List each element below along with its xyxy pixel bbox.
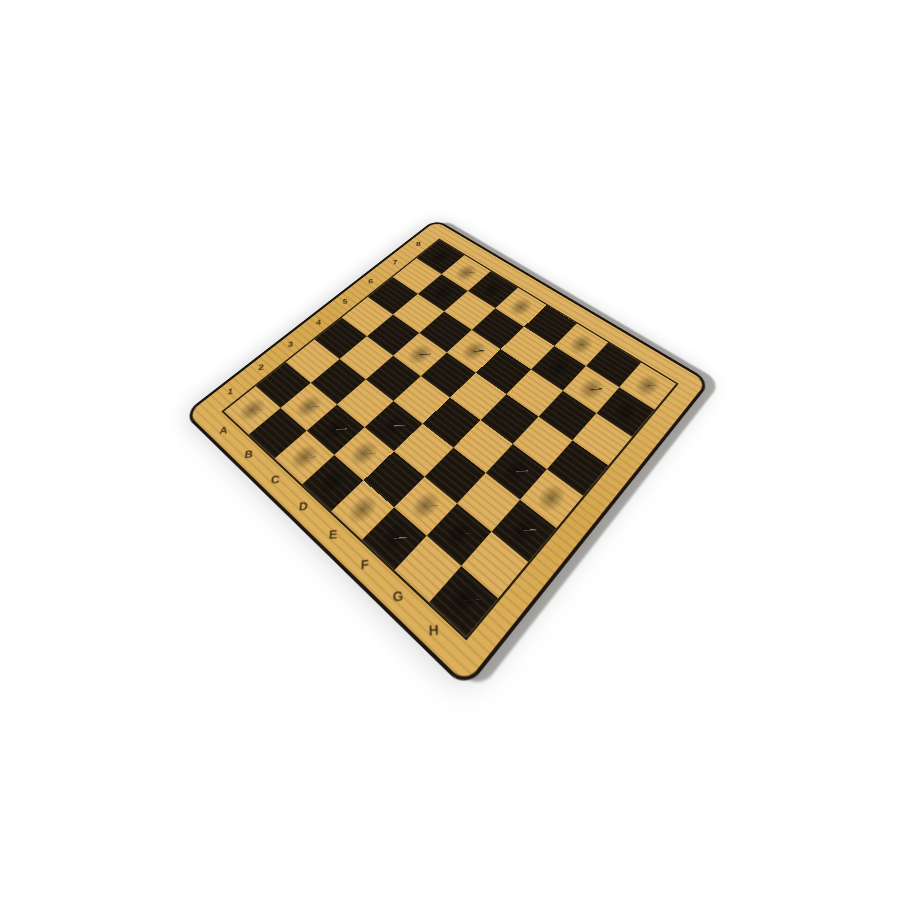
chess-board: ♜♜♟♟♞♟♟♟♝♛♟♟♟♛♚♟♟♞♝♞♟♟♜♟♚♟♜ 12345678ABCD… [183, 219, 711, 690]
file-label-A: A [214, 424, 232, 437]
rank-label-2: 2 [253, 362, 270, 374]
rank-label-1: 1 [221, 386, 239, 398]
square-h1[interactable]: ♜ [429, 566, 498, 637]
file-label-C: C [266, 473, 285, 488]
file-label-F: F [355, 557, 374, 574]
rank-label-3: 3 [282, 340, 298, 351]
product-photo-canvas: ♜♜♟♟♞♟♟♟♝♛♟♟♟♛♚♟♟♞♝♞♟♟♜♟♚♟♜ 12345678ABCD… [0, 0, 900, 900]
file-label-B: B [239, 448, 258, 462]
rank-label-4: 4 [311, 318, 326, 329]
rank-label-7: 7 [388, 258, 402, 267]
black-pawn[interactable]: ♟ [429, 320, 517, 359]
file-label-H: H [424, 621, 445, 641]
rank-label-8: 8 [412, 240, 426, 249]
rank-label-6: 6 [364, 277, 378, 287]
file-label-D: D [294, 499, 313, 515]
playing-grid: ♜♜♟♟♞♟♟♟♝♛♟♟♟♛♚♟♟♞♝♞♟♟♜♟♚♟♜ [221, 238, 678, 640]
rank-label-5: 5 [338, 297, 353, 307]
file-label-G: G [389, 588, 409, 606]
file-label-E: E [324, 527, 343, 544]
